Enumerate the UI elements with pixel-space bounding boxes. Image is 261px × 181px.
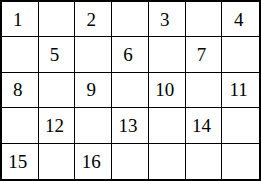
grid-cell-numbered[interactable]: 5: [39, 37, 76, 72]
cell-number: 13: [118, 116, 137, 135]
grid-cell-empty[interactable]: [149, 37, 186, 72]
grid-cell-numbered[interactable]: 4: [222, 2, 259, 37]
cell-number: 10: [155, 80, 174, 99]
cell-number: 7: [197, 45, 207, 64]
grid-cell-empty[interactable]: [2, 108, 39, 143]
cell-number: 12: [45, 116, 64, 135]
grid-cell-empty[interactable]: [112, 144, 149, 179]
grid-cell-empty[interactable]: [39, 144, 76, 179]
cell-number: 16: [82, 152, 101, 171]
grid-cell-empty[interactable]: [39, 73, 76, 108]
grid-cell-empty[interactable]: [39, 2, 76, 37]
grid-cell-empty[interactable]: [186, 73, 223, 108]
grid-cell-empty[interactable]: [222, 108, 259, 143]
grid-cell-numbered[interactable]: 11: [222, 73, 259, 108]
grid-cell-empty[interactable]: [149, 108, 186, 143]
grid-cell-empty[interactable]: [75, 108, 112, 143]
grid-cell-numbered[interactable]: 1: [2, 2, 39, 37]
cell-number: 4: [234, 10, 244, 29]
grid-cell-numbered[interactable]: 12: [39, 108, 76, 143]
cell-number: 2: [87, 10, 97, 29]
grid-cell-empty[interactable]: [186, 2, 223, 37]
puzzle-grid: 12345678910111213141516: [0, 0, 261, 181]
grid-cell-empty[interactable]: [75, 37, 112, 72]
grid-cell-numbered[interactable]: 15: [2, 144, 39, 179]
cell-number: 14: [192, 116, 211, 135]
grid-cell-numbered[interactable]: 6: [112, 37, 149, 72]
cell-number: 3: [160, 10, 170, 29]
puzzle-board-wrapper: 12345678910111213141516: [0, 0, 261, 181]
grid-cell-numbered[interactable]: 13: [112, 108, 149, 143]
grid-cell-empty[interactable]: [112, 73, 149, 108]
cell-number: 5: [50, 45, 60, 64]
grid-cell-empty[interactable]: [149, 144, 186, 179]
grid-cell-empty[interactable]: [186, 144, 223, 179]
grid-cell-numbered[interactable]: 7: [186, 37, 223, 72]
cell-number: 6: [123, 45, 133, 64]
grid-cell-numbered[interactable]: 9: [75, 73, 112, 108]
grid-cell-empty[interactable]: [222, 144, 259, 179]
grid-cell-empty[interactable]: [222, 37, 259, 72]
grid-cell-numbered[interactable]: 3: [149, 2, 186, 37]
grid-cell-empty[interactable]: [2, 37, 39, 72]
cell-number: 15: [8, 152, 27, 171]
cell-number: 8: [13, 80, 23, 99]
grid-cell-numbered[interactable]: 10: [149, 73, 186, 108]
cell-number: 11: [229, 80, 247, 99]
grid-cell-numbered[interactable]: 8: [2, 73, 39, 108]
grid-cell-empty[interactable]: [112, 2, 149, 37]
cell-number: 9: [87, 80, 97, 99]
grid-cell-numbered[interactable]: 2: [75, 2, 112, 37]
grid-cell-numbered[interactable]: 16: [75, 144, 112, 179]
cell-number: 1: [13, 10, 23, 29]
grid-cell-numbered[interactable]: 14: [186, 108, 223, 143]
